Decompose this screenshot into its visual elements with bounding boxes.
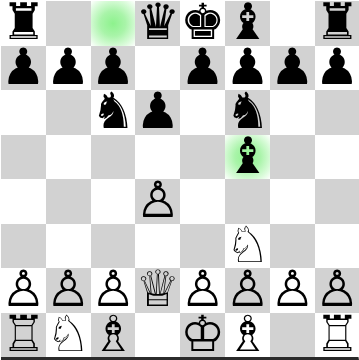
white-king-piece[interactable]: ♔ — [180, 312, 225, 356]
black-king-piece[interactable]: ♚ — [180, 0, 225, 44]
square-g8[interactable] — [270, 1, 315, 46]
square-f4[interactable] — [225, 179, 270, 224]
square-h4[interactable] — [315, 179, 359, 224]
square-e4[interactable] — [180, 179, 225, 224]
square-c1[interactable]: ♗ — [91, 313, 136, 358]
white-pawn-piece[interactable]: ♙ — [315, 267, 359, 311]
square-d2[interactable]: ♕ — [135, 268, 180, 313]
square-a5[interactable] — [1, 135, 46, 180]
square-d6[interactable]: ♟ — [135, 90, 180, 135]
black-pawn-piece[interactable]: ♟ — [315, 45, 359, 89]
square-c8[interactable] — [91, 1, 136, 46]
square-b2[interactable]: ♙ — [46, 268, 91, 313]
square-h6[interactable] — [315, 90, 359, 135]
black-pawn-piece[interactable]: ♟ — [91, 45, 136, 89]
white-rook-piece[interactable]: ♖ — [315, 312, 359, 356]
square-c5[interactable] — [91, 135, 136, 180]
black-pawn-piece[interactable]: ♟ — [180, 45, 225, 89]
white-pawn-piece[interactable]: ♙ — [270, 267, 315, 311]
square-e3[interactable] — [180, 224, 225, 269]
black-rook-piece[interactable]: ♜ — [315, 0, 359, 44]
square-e8[interactable]: ♚ — [180, 1, 225, 46]
square-b4[interactable] — [46, 179, 91, 224]
square-f6[interactable]: ♞ — [225, 90, 270, 135]
square-e2[interactable]: ♙ — [180, 268, 225, 313]
square-c6[interactable]: ♞ — [91, 90, 136, 135]
square-d3[interactable] — [135, 224, 180, 269]
square-b6[interactable] — [46, 90, 91, 135]
square-g7[interactable]: ♟ — [270, 46, 315, 91]
square-h5[interactable] — [315, 135, 359, 180]
square-d1[interactable] — [135, 313, 180, 358]
white-knight-piece[interactable]: ♘ — [225, 223, 270, 267]
square-c2[interactable]: ♙ — [91, 268, 136, 313]
square-e7[interactable]: ♟ — [180, 46, 225, 91]
square-f7[interactable]: ♟ — [225, 46, 270, 91]
square-a4[interactable] — [1, 179, 46, 224]
black-pawn-piece[interactable]: ♟ — [270, 45, 315, 89]
square-b8[interactable] — [46, 1, 91, 46]
square-c4[interactable] — [91, 179, 136, 224]
white-queen-piece[interactable]: ♕ — [135, 267, 180, 311]
black-pawn-piece[interactable]: ♟ — [46, 45, 91, 89]
white-bishop-piece[interactable]: ♗ — [91, 312, 136, 356]
black-rook-piece[interactable]: ♜ — [1, 0, 46, 44]
square-h2[interactable]: ♙ — [315, 268, 359, 313]
square-g3[interactable] — [270, 224, 315, 269]
square-b5[interactable] — [46, 135, 91, 180]
white-pawn-piece[interactable]: ♙ — [1, 267, 46, 311]
white-knight-piece[interactable]: ♘ — [46, 312, 91, 356]
square-a1[interactable]: ♖ — [1, 313, 46, 358]
black-pawn-piece[interactable]: ♟ — [1, 45, 46, 89]
square-a3[interactable] — [1, 224, 46, 269]
square-f3[interactable]: ♘ — [225, 224, 270, 269]
square-h7[interactable]: ♟ — [315, 46, 359, 91]
square-g4[interactable] — [270, 179, 315, 224]
square-d4[interactable]: ♙ — [135, 179, 180, 224]
square-h1[interactable]: ♖ — [315, 313, 359, 358]
square-f1[interactable]: ♗ — [225, 313, 270, 358]
black-knight-piece[interactable]: ♞ — [225, 89, 270, 133]
white-bishop-piece[interactable]: ♗ — [225, 312, 270, 356]
square-a7[interactable]: ♟ — [1, 46, 46, 91]
chess-board: ♜♛♚♝♜♟♟♟♟♟♟♟♞♟♞♝♙♘♙♙♙♕♙♙♙♙♖♘♗♔♗♖ — [1, 1, 359, 360]
square-g2[interactable]: ♙ — [270, 268, 315, 313]
square-f5[interactable]: ♝ — [225, 135, 270, 180]
square-h3[interactable] — [315, 224, 359, 269]
square-b3[interactable] — [46, 224, 91, 269]
square-d5[interactable] — [135, 135, 180, 180]
white-pawn-piece[interactable]: ♙ — [46, 267, 91, 311]
square-e1[interactable]: ♔ — [180, 313, 225, 358]
white-pawn-piece[interactable]: ♙ — [135, 178, 180, 222]
square-g6[interactable] — [270, 90, 315, 135]
black-bishop-piece[interactable]: ♝ — [225, 0, 270, 44]
chess-board-window: ♜♛♚♝♜♟♟♟♟♟♟♟♞♟♞♝♙♘♙♙♙♕♙♙♙♙♖♘♗♔♗♖ — [0, 0, 359, 360]
square-h8[interactable]: ♜ — [315, 1, 359, 46]
black-pawn-piece[interactable]: ♟ — [225, 45, 270, 89]
square-c3[interactable] — [91, 224, 136, 269]
black-pawn-piece[interactable]: ♟ — [135, 89, 180, 133]
square-c7[interactable]: ♟ — [91, 46, 136, 91]
square-g1[interactable] — [270, 313, 315, 358]
square-e5[interactable] — [180, 135, 225, 180]
square-e6[interactable] — [180, 90, 225, 135]
black-knight-piece[interactable]: ♞ — [91, 89, 136, 133]
square-d8[interactable]: ♛ — [135, 1, 180, 46]
black-queen-piece[interactable]: ♛ — [135, 0, 180, 44]
square-d7[interactable] — [135, 46, 180, 91]
square-b1[interactable]: ♘ — [46, 313, 91, 358]
black-bishop-piece[interactable]: ♝ — [225, 134, 270, 178]
square-a8[interactable]: ♜ — [1, 1, 46, 46]
white-pawn-piece[interactable]: ♙ — [91, 267, 136, 311]
white-pawn-piece[interactable]: ♙ — [225, 267, 270, 311]
white-rook-piece[interactable]: ♖ — [1, 312, 46, 356]
square-g5[interactable] — [270, 135, 315, 180]
square-f8[interactable]: ♝ — [225, 1, 270, 46]
square-a6[interactable] — [1, 90, 46, 135]
square-b7[interactable]: ♟ — [46, 46, 91, 91]
square-f2[interactable]: ♙ — [225, 268, 270, 313]
square-a2[interactable]: ♙ — [1, 268, 46, 313]
white-pawn-piece[interactable]: ♙ — [180, 267, 225, 311]
